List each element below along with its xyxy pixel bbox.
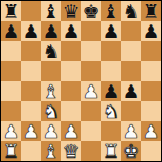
square-c7[interactable]: ♟ — [41, 21, 61, 41]
square-d5[interactable] — [61, 61, 81, 81]
square-b8[interactable] — [21, 1, 41, 21]
square-e4[interactable]: ♟ — [81, 81, 101, 101]
square-g2[interactable]: ♟ — [121, 121, 141, 141]
piece-black-knight: ♞ — [122, 1, 139, 21]
square-b2[interactable]: ♟ — [21, 121, 41, 141]
square-h8[interactable]: ♜ — [141, 1, 161, 21]
square-h3[interactable] — [141, 101, 161, 121]
piece-white-pawn: ♟ — [142, 121, 159, 141]
piece-black-bishop: ♝ — [42, 1, 59, 21]
square-d1[interactable]: ♛ — [61, 141, 81, 161]
square-b3[interactable] — [21, 101, 41, 121]
piece-white-knight: ♞ — [102, 101, 119, 121]
piece-black-pawn: ♟ — [102, 81, 119, 101]
square-f8[interactable]: ♝ — [101, 1, 121, 21]
square-f4[interactable]: ♟ — [101, 81, 121, 101]
square-h2[interactable]: ♟ — [141, 121, 161, 141]
square-f1[interactable]: ♜ — [101, 141, 121, 161]
square-e6[interactable] — [81, 41, 101, 61]
square-e8[interactable]: ♚ — [81, 1, 101, 21]
piece-white-king: ♚ — [122, 141, 139, 161]
square-b7[interactable]: ♟ — [21, 21, 41, 41]
piece-black-pawn: ♟ — [22, 21, 39, 41]
square-b6[interactable] — [21, 41, 41, 61]
piece-white-pawn: ♟ — [22, 121, 39, 141]
square-g8[interactable]: ♞ — [121, 1, 141, 21]
square-f7[interactable]: ♟ — [101, 21, 121, 41]
square-f2[interactable] — [101, 121, 121, 141]
square-g1[interactable]: ♚ — [121, 141, 141, 161]
square-c8[interactable]: ♝ — [41, 1, 61, 21]
square-c3[interactable]: ♞ — [41, 101, 61, 121]
square-b5[interactable] — [21, 61, 41, 81]
square-e2[interactable] — [81, 121, 101, 141]
piece-white-pawn: ♟ — [42, 121, 59, 141]
square-g5[interactable] — [121, 61, 141, 81]
piece-white-bishop: ♝ — [42, 81, 59, 101]
square-c6[interactable]: ♞ — [41, 41, 61, 61]
square-c5[interactable] — [41, 61, 61, 81]
square-e1[interactable] — [81, 141, 101, 161]
piece-black-king: ♚ — [82, 1, 99, 21]
square-c4[interactable]: ♝ — [41, 81, 61, 101]
square-a7[interactable]: ♟ — [1, 21, 21, 41]
square-a8[interactable]: ♜ — [1, 1, 21, 21]
square-e3[interactable] — [81, 101, 101, 121]
piece-white-pawn: ♟ — [62, 121, 79, 141]
piece-black-pawn: ♟ — [102, 21, 119, 41]
square-h1[interactable] — [141, 141, 161, 161]
square-e7[interactable] — [81, 21, 101, 41]
square-d8[interactable]: ♛ — [61, 1, 81, 21]
square-f3[interactable]: ♞ — [101, 101, 121, 121]
square-d4[interactable] — [61, 81, 81, 101]
piece-black-pawn: ♟ — [62, 21, 79, 41]
chess-board: ♜♝♛♚♝♞♜♟♟♟♟♟♟♞♝♟♟♟♞♞♟♟♟♟♟♟♜♝♛♜♚ — [1, 1, 161, 161]
piece-white-pawn: ♟ — [82, 81, 99, 101]
square-a6[interactable] — [1, 41, 21, 61]
square-g3[interactable] — [121, 101, 141, 121]
piece-black-pawn: ♟ — [122, 81, 139, 101]
square-d3[interactable] — [61, 101, 81, 121]
piece-black-bishop: ♝ — [102, 1, 119, 21]
piece-white-pawn: ♟ — [2, 121, 19, 141]
piece-white-knight: ♞ — [42, 101, 59, 121]
square-g6[interactable] — [121, 41, 141, 61]
square-a1[interactable]: ♜ — [1, 141, 21, 161]
square-d2[interactable]: ♟ — [61, 121, 81, 141]
piece-black-queen: ♛ — [62, 1, 79, 21]
piece-white-rook: ♜ — [102, 141, 119, 161]
piece-black-rook: ♜ — [2, 1, 19, 21]
piece-black-pawn: ♟ — [142, 21, 159, 41]
square-h4[interactable] — [141, 81, 161, 101]
square-h5[interactable] — [141, 61, 161, 81]
square-f6[interactable] — [101, 41, 121, 61]
piece-black-pawn: ♟ — [42, 21, 59, 41]
square-f5[interactable] — [101, 61, 121, 81]
square-g7[interactable] — [121, 21, 141, 41]
piece-black-knight: ♞ — [42, 41, 59, 61]
square-a3[interactable] — [1, 101, 21, 121]
square-a4[interactable] — [1, 81, 21, 101]
square-b1[interactable] — [21, 141, 41, 161]
piece-white-queen: ♛ — [62, 141, 79, 161]
square-d6[interactable] — [61, 41, 81, 61]
board-frame: ♜♝♛♚♝♞♜♟♟♟♟♟♟♞♝♟♟♟♞♞♟♟♟♟♟♟♜♝♛♜♚ — [0, 0, 162, 162]
square-b4[interactable] — [21, 81, 41, 101]
piece-black-pawn: ♟ — [2, 21, 19, 41]
piece-white-bishop: ♝ — [42, 141, 59, 161]
square-d7[interactable]: ♟ — [61, 21, 81, 41]
piece-white-pawn: ♟ — [122, 121, 139, 141]
piece-black-rook: ♜ — [142, 1, 159, 21]
square-h6[interactable] — [141, 41, 161, 61]
square-c2[interactable]: ♟ — [41, 121, 61, 141]
square-c1[interactable]: ♝ — [41, 141, 61, 161]
square-g4[interactable]: ♟ — [121, 81, 141, 101]
piece-white-rook: ♜ — [2, 141, 19, 161]
square-a2[interactable]: ♟ — [1, 121, 21, 141]
square-h7[interactable]: ♟ — [141, 21, 161, 41]
square-a5[interactable] — [1, 61, 21, 81]
square-e5[interactable] — [81, 61, 101, 81]
